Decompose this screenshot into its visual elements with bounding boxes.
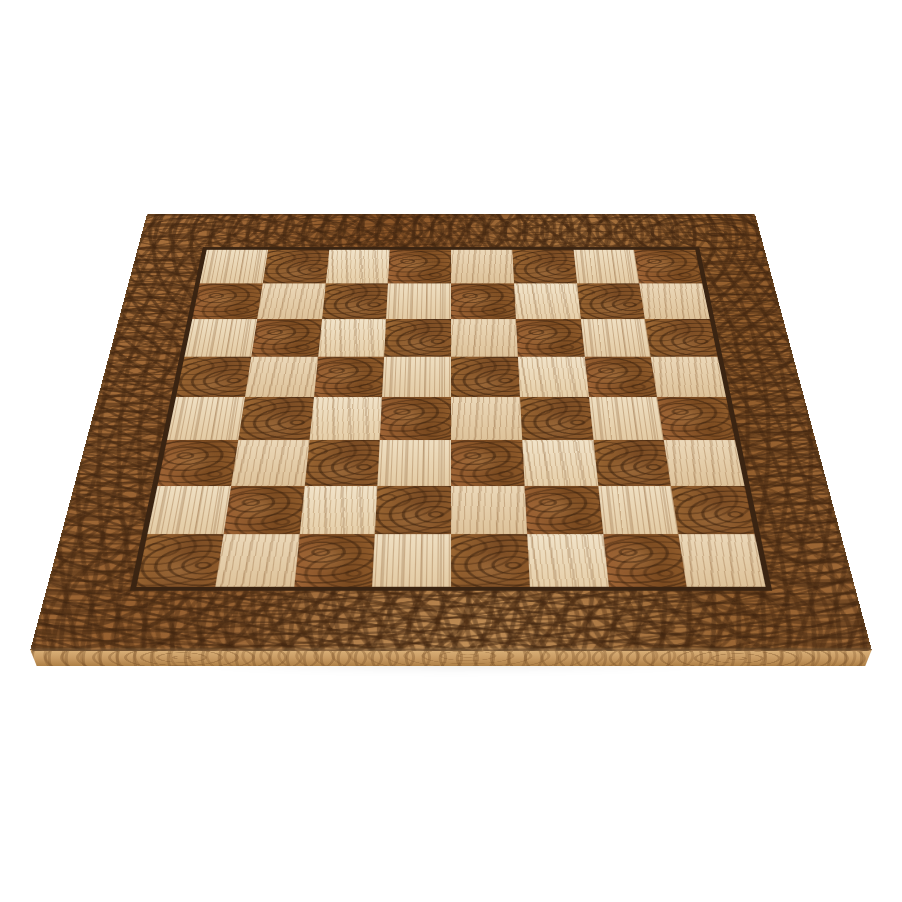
square-a6 [184, 319, 257, 357]
square-d5 [382, 357, 451, 397]
square-g3 [593, 440, 671, 486]
square-d4 [380, 397, 451, 440]
square-b7 [257, 283, 325, 319]
square-c5 [314, 357, 385, 397]
square-f5 [518, 357, 589, 397]
square-a7 [192, 283, 262, 319]
square-b6 [251, 319, 322, 357]
square-e7 [451, 283, 516, 319]
square-d1 [372, 534, 451, 586]
square-h7 [639, 283, 709, 319]
product-photo [0, 0, 902, 902]
square-g6 [580, 319, 651, 357]
square-c3 [304, 440, 380, 486]
square-c8 [325, 250, 390, 284]
square-c1 [294, 534, 375, 586]
square-e2 [451, 486, 527, 535]
square-h5 [651, 357, 726, 397]
square-a8 [200, 250, 268, 284]
square-g7 [577, 283, 645, 319]
square-b8 [263, 250, 329, 284]
square-d6 [384, 319, 451, 357]
square-h1 [679, 534, 766, 586]
square-b4 [238, 397, 313, 440]
square-e5 [451, 357, 520, 397]
square-f6 [516, 319, 585, 357]
square-f3 [522, 440, 598, 486]
square-c4 [309, 397, 382, 440]
square-e3 [451, 440, 524, 486]
square-a1 [136, 534, 223, 586]
square-d2 [375, 486, 451, 535]
chess-board [30, 214, 872, 651]
square-e6 [451, 319, 518, 357]
square-e4 [451, 397, 522, 440]
square-b2 [223, 486, 304, 535]
square-a2 [147, 486, 231, 535]
square-h3 [664, 440, 745, 486]
square-e8 [451, 250, 514, 284]
square-g4 [589, 397, 664, 440]
square-h2 [671, 486, 755, 535]
square-b5 [245, 357, 318, 397]
square-c6 [318, 319, 387, 357]
board-grid [136, 250, 765, 587]
square-a4 [167, 397, 245, 440]
square-h4 [657, 397, 735, 440]
square-a5 [176, 357, 251, 397]
square-f2 [524, 486, 602, 535]
square-h6 [645, 319, 718, 357]
square-d7 [386, 283, 451, 319]
square-f4 [520, 397, 593, 440]
square-f7 [514, 283, 581, 319]
square-g5 [584, 357, 657, 397]
square-c7 [322, 283, 389, 319]
square-g2 [598, 486, 679, 535]
square-f1 [527, 534, 608, 586]
square-b3 [231, 440, 309, 486]
square-f8 [512, 250, 577, 284]
square-d8 [388, 250, 451, 284]
square-b1 [215, 534, 299, 586]
board-side-edge [30, 649, 872, 666]
square-a3 [158, 440, 239, 486]
square-h8 [634, 250, 702, 284]
square-g8 [573, 250, 639, 284]
square-c2 [299, 486, 377, 535]
square-e1 [451, 534, 530, 586]
square-g1 [603, 534, 687, 586]
square-d3 [378, 440, 451, 486]
